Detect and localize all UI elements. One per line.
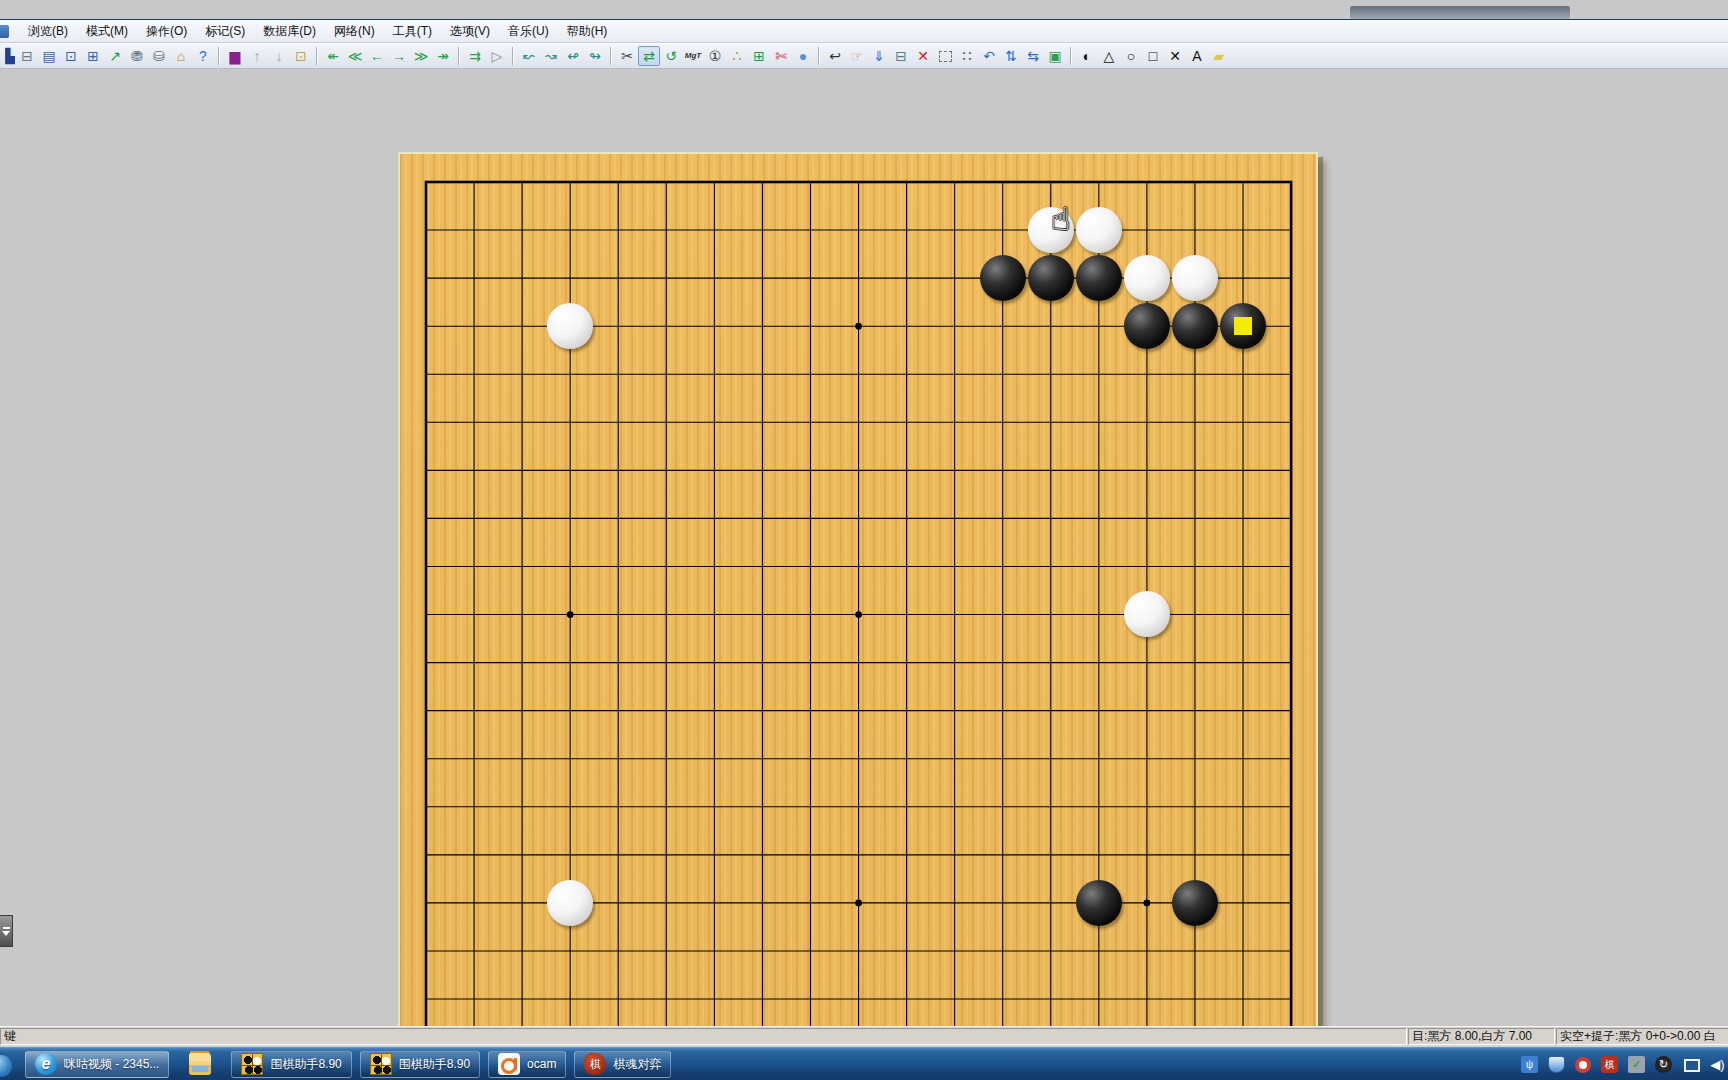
go-first-icon[interactable]: ↞ <box>322 46 344 66</box>
globe-icon[interactable]: ● <box>792 46 814 66</box>
mark-triangle-icon[interactable]: △ <box>1098 46 1120 66</box>
toolbar-separator <box>458 47 460 65</box>
image-view-icon[interactable]: ⊡ <box>60 46 82 66</box>
help-icon[interactable]: ? <box>192 46 214 66</box>
mark-square-icon[interactable]: □ <box>1142 46 1164 66</box>
black-stone-R4 <box>1172 880 1218 926</box>
menu-u[interactable]: 音乐(U) <box>499 20 558 43</box>
hand-tool-icon[interactable]: ☞ <box>846 46 868 66</box>
black-stone-N17 <box>980 255 1026 301</box>
menu-bar: 浏览(B)模式(M)操作(O)标记(S)数据库(D)网络(N)工具(T)选项(V… <box>0 20 1728 43</box>
mgt-format-icon[interactable]: MgT <box>682 46 704 66</box>
qiseal-icon: 棋 <box>584 1053 606 1075</box>
play-variations-icon[interactable]: ⇉ <box>464 46 486 66</box>
drop-down-icon[interactable]: ⇓ <box>868 46 890 66</box>
eraser-icon[interactable]: ▰ <box>1208 46 1230 66</box>
status-message: 键 <box>0 1028 1407 1045</box>
stones-tree-icon[interactable]: ∷ <box>956 46 978 66</box>
variation-prev-icon[interactable]: ↜ <box>518 46 540 66</box>
save-icon[interactable]: ▙ <box>4 46 16 66</box>
move-numbers-icon[interactable]: ① <box>704 46 726 66</box>
window-icon[interactable]: ▣ <box>1044 46 1066 66</box>
move-down-icon[interactable]: ↓ <box>268 46 290 66</box>
white-stone-Q10 <box>1124 591 1170 637</box>
taskbar-item-weiqi-assistant-1[interactable]: 围棋助手8.90 <box>231 1051 351 1078</box>
white-stone-D4 <box>547 880 593 926</box>
menu-n[interactable]: 网络(N) <box>325 20 384 43</box>
white-stone-Q17 <box>1124 255 1170 301</box>
node-prev-icon[interactable]: ↫ <box>562 46 584 66</box>
toolbar-separator <box>316 47 318 65</box>
tray-usb-check-icon[interactable]: ✓ <box>1628 1056 1645 1073</box>
toolbar-separator <box>218 47 220 65</box>
white-stone-R17 <box>1172 255 1218 301</box>
black-stone-S16 <box>1220 303 1266 349</box>
variation-next-icon[interactable]: ↝ <box>540 46 562 66</box>
menu-o[interactable]: 操作(O) <box>137 20 196 43</box>
book-icon[interactable]: ▆ <box>224 46 246 66</box>
taskbar: e咪咕视频 - 2345...围棋助手8.90围棋助手8.90ocam棋棋魂对弈… <box>0 1047 1728 1080</box>
calculator-icon[interactable]: ⊟ <box>890 46 912 66</box>
back-10-icon[interactable]: ≪ <box>344 46 366 66</box>
taskbar-label: 围棋助手8.90 <box>270 1056 341 1073</box>
mark-circle-icon[interactable]: ○ <box>1120 46 1142 66</box>
taskbar-item-weiqi-assistant-2[interactable]: 围棋助手8.90 <box>360 1051 480 1078</box>
database-import-icon[interactable]: ⛁ <box>148 46 170 66</box>
tray-record-icon[interactable] <box>1575 1057 1591 1073</box>
add-stones-icon[interactable]: ∴ <box>726 46 748 66</box>
go-board[interactable] <box>398 152 1318 1070</box>
go-last-icon[interactable]: ↠ <box>432 46 454 66</box>
menu-m[interactable]: 模式(M) <box>77 20 137 43</box>
hand-cursor-icon: ☝ <box>1051 200 1070 238</box>
undo-stone-icon[interactable]: ↩ <box>824 46 846 66</box>
client-area <box>0 69 1728 1026</box>
swap-vertical-icon[interactable]: ⇅ <box>1000 46 1022 66</box>
tray-qi-icon[interactable]: 棋 <box>1601 1056 1618 1073</box>
node-next-icon[interactable]: ↬ <box>584 46 606 66</box>
app-window-icon <box>0 25 9 38</box>
select-rect-icon[interactable] <box>934 46 956 66</box>
taskbar-label: 围棋助手8.90 <box>399 1056 470 1073</box>
white-stone-P18 <box>1076 207 1122 253</box>
home-icon[interactable]: ⌂ <box>170 46 192 66</box>
start-orb-partial[interactable] <box>0 1055 12 1077</box>
goboard-icon <box>370 1053 392 1075</box>
rotate-icon[interactable]: ↶ <box>978 46 1000 66</box>
database-export-icon[interactable]: ⛃ <box>126 46 148 66</box>
swap-horizontal-icon[interactable]: ⇆ <box>1022 46 1044 66</box>
last-move-marker <box>1234 317 1252 335</box>
menu-v[interactable]: 选项(V) <box>441 20 499 43</box>
panel-collapse-handle[interactable] <box>0 915 13 947</box>
tray-360-icon[interactable]: ↻ <box>1655 1056 1672 1073</box>
status-score: 目:黑方 8.00,白方 7.00 <box>1408 1028 1555 1045</box>
goboard-icon <box>241 1053 263 1075</box>
ie-icon: e <box>35 1053 57 1075</box>
menu-s[interactable]: 标记(S) <box>196 20 254 43</box>
cut-stones-icon[interactable]: ✂ <box>616 46 638 66</box>
picture-icon[interactable]: ⊡ <box>290 46 312 66</box>
system-tray: ψ棋✓↻◀) <box>1521 1048 1726 1080</box>
mark-halfcircle-icon[interactable]: ◐ <box>1076 46 1098 66</box>
menu-b[interactable]: 浏览(B) <box>19 20 77 43</box>
status-territory: 实空+提子:黑方 0+0->0.00 白 <box>1556 1028 1728 1045</box>
tray-network-icon[interactable] <box>1682 1056 1699 1073</box>
move-up-icon[interactable]: ↑ <box>246 46 268 66</box>
taskbar-item-explorer[interactable] <box>177 1051 223 1078</box>
tray-shield-icon[interactable] <box>1548 1056 1565 1073</box>
tray-usb-icon[interactable]: ψ <box>1521 1056 1538 1073</box>
taskbar-buttons: e咪咕视频 - 2345...围棋助手8.90围棋助手8.90ocam棋棋魂对弈 <box>25 1048 671 1080</box>
handle-arrow-icon <box>2 931 10 936</box>
black-stone-P17 <box>1076 255 1122 301</box>
cut-x-icon[interactable]: ✄ <box>770 46 792 66</box>
delete-icon[interactable]: ✕ <box>912 46 934 66</box>
back-icon[interactable]: ← <box>366 46 388 66</box>
white-stone-D16 <box>547 303 593 349</box>
black-stone-R16 <box>1172 303 1218 349</box>
stone-layer[interactable] <box>402 158 1315 1071</box>
black-stone-O17 <box>1028 255 1074 301</box>
menu-items: 浏览(B)模式(M)操作(O)标记(S)数据库(D)网络(N)工具(T)选项(V… <box>19 20 616 43</box>
toolbar-separator <box>818 47 820 65</box>
window-title-bar <box>0 0 1728 20</box>
forward-icon[interactable]: → <box>388 46 410 66</box>
ocam-icon <box>498 1053 520 1075</box>
taskbar-label: ocam <box>527 1057 556 1071</box>
autoplay-icon[interactable]: ▷ <box>486 46 508 66</box>
document-icon[interactable]: ▤ <box>38 46 60 66</box>
folder-icon <box>189 1053 211 1075</box>
toolbar-separator <box>610 47 612 65</box>
printer-icon[interactable]: ⊟ <box>16 46 38 66</box>
taskbar-label: 咪咕视频 - 2345... <box>64 1056 159 1073</box>
status-bar: 键 目:黑方 8.00,白方 7.00 实空+提子:黑方 0+0->0.00 白 <box>0 1026 1728 1047</box>
menu-t[interactable]: 工具(T) <box>384 20 441 43</box>
taskbar-item-qihun-duiyi[interactable]: 棋棋魂对弈 <box>574 1051 671 1078</box>
refresh-stones-icon[interactable]: ↺ <box>660 46 682 66</box>
toggle-stones-icon[interactable]: ⇄ <box>638 46 660 66</box>
mark-x-icon[interactable]: ✕ <box>1164 46 1186 66</box>
toolbar-separator <box>1070 47 1072 65</box>
menu-d[interactable]: 数据库(D) <box>254 20 325 43</box>
board-window-icon[interactable]: ⊞ <box>82 46 104 66</box>
menu-h[interactable]: 帮助(H) <box>558 20 617 43</box>
taskbar-item-migu-video[interactable]: e咪咕视频 - 2345... <box>25 1051 169 1078</box>
board-stones-icon[interactable]: ⊞ <box>748 46 770 66</box>
taskbar-item-ocam[interactable]: ocam <box>488 1051 566 1078</box>
handle-bar <box>3 927 10 929</box>
toolbar-separator <box>512 47 514 65</box>
mark-letter-icon[interactable]: A <box>1186 46 1208 66</box>
export-window-icon[interactable]: ↗ <box>104 46 126 66</box>
title-bar-smudge <box>1350 6 1570 20</box>
black-stone-P4 <box>1076 880 1122 926</box>
tray-volume-icon[interactable]: ◀) <box>1709 1056 1726 1073</box>
forward-10-icon[interactable]: ≫ <box>410 46 432 66</box>
black-stone-Q16 <box>1124 303 1170 349</box>
main-toolbar: ▙⊟▤⊡⊞↗⛃⛁⌂?▆↑↓⊡↞≪←→≫↠⇉▷↜↝↫↬✂⇄↺MgT①∴⊞✄●↩☞⇓… <box>0 43 1728 69</box>
taskbar-label: 棋魂对弈 <box>613 1056 661 1073</box>
